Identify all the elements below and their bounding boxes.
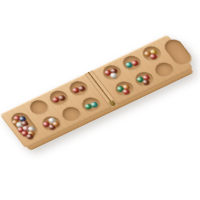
hinge-metal-icon xyxy=(108,100,116,106)
pit-back-6[interactable] xyxy=(139,44,164,64)
bead-red xyxy=(122,88,131,95)
pit-back-5[interactable] xyxy=(119,53,144,73)
bead-red xyxy=(149,53,158,60)
pit-front-3[interactable] xyxy=(78,95,103,115)
pit-back-2[interactable] xyxy=(46,88,71,108)
pit-front-4[interactable] xyxy=(112,79,137,99)
mancala-board xyxy=(0,34,197,152)
bead-white xyxy=(109,72,118,79)
pit-front-5[interactable] xyxy=(132,70,157,90)
pit-front-2[interactable] xyxy=(58,105,83,125)
pit-back-1[interactable] xyxy=(26,98,51,118)
pit-front-6[interactable] xyxy=(151,60,176,80)
pit-back-4[interactable] xyxy=(99,63,124,83)
pit-back-3[interactable] xyxy=(66,79,91,99)
pit-front-1[interactable] xyxy=(39,114,64,134)
bead-maroon xyxy=(141,78,150,85)
board-top-face xyxy=(0,34,193,148)
product-photo xyxy=(0,0,200,200)
